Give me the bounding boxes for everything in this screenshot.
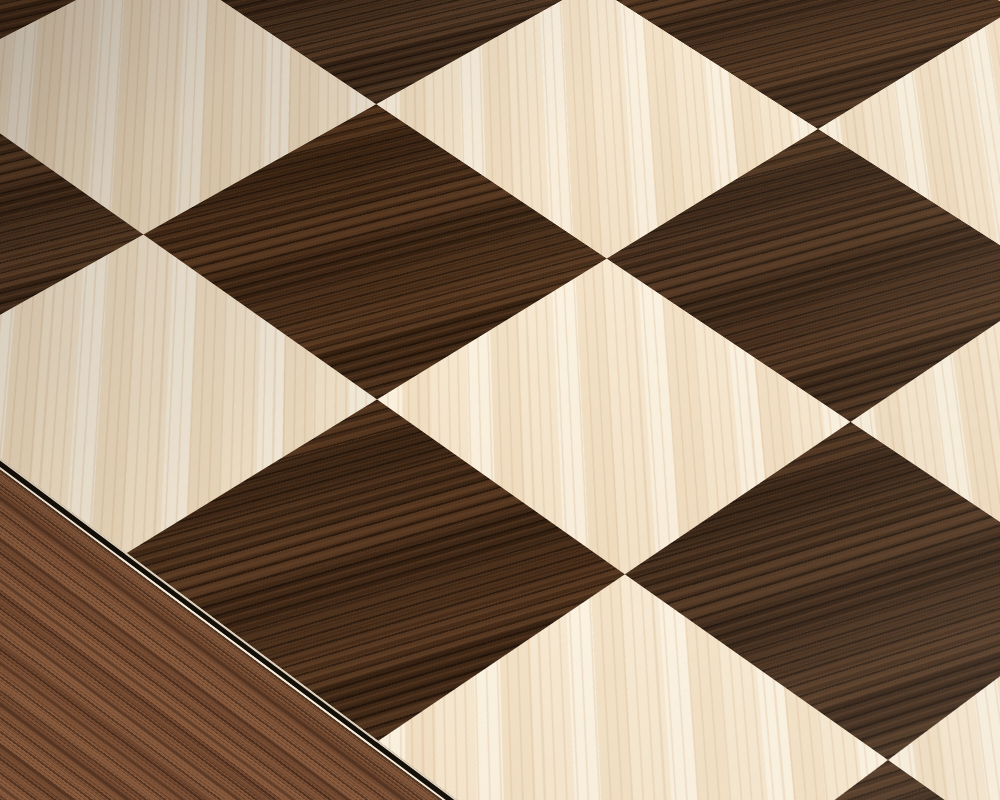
chessboard-photo — [0, 0, 1000, 800]
